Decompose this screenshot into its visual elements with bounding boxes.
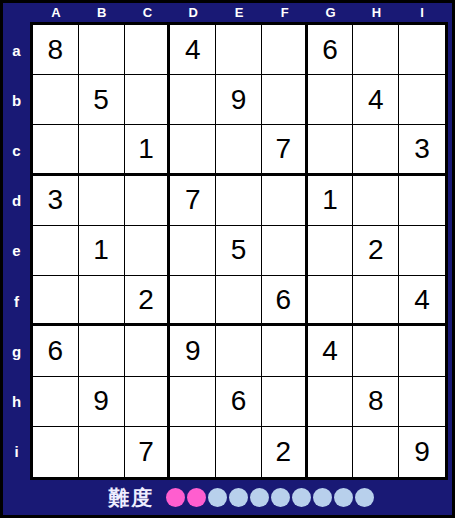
difficulty-label: 難度	[108, 484, 154, 512]
cell-e-A[interactable]	[33, 226, 79, 276]
cell-c-F[interactable]: 7	[262, 125, 308, 175]
column-label-G: G	[308, 3, 354, 22]
cell-h-B[interactable]: 9	[79, 377, 125, 427]
row-label-f: f	[3, 276, 30, 326]
difficulty-dot-empty	[208, 488, 227, 507]
row-label-b: b	[3, 75, 30, 125]
column-label-D: D	[170, 3, 216, 22]
cell-a-I[interactable]	[399, 25, 445, 75]
cell-d-B[interactable]	[79, 176, 125, 226]
cell-b-C[interactable]	[125, 75, 171, 125]
cell-a-G[interactable]: 6	[308, 25, 354, 75]
cell-d-A[interactable]: 3	[33, 176, 79, 226]
sudoku-app-window: ABCDEFGHI abcdefghi 84659417337115226469…	[0, 0, 455, 518]
cell-f-A[interactable]	[33, 276, 79, 326]
cell-c-B[interactable]	[79, 125, 125, 175]
cell-f-D[interactable]	[170, 276, 216, 326]
row-label-e: e	[3, 226, 30, 276]
column-label-C: C	[125, 3, 171, 22]
cell-d-C[interactable]	[125, 176, 171, 226]
cell-c-E[interactable]	[216, 125, 262, 175]
column-label-A: A	[33, 3, 79, 22]
cell-e-E[interactable]: 5	[216, 226, 262, 276]
cell-b-D[interactable]	[170, 75, 216, 125]
cell-d-I[interactable]	[399, 176, 445, 226]
cell-d-G[interactable]: 1	[308, 176, 354, 226]
cell-c-H[interactable]	[353, 125, 399, 175]
cell-i-F[interactable]: 2	[262, 427, 308, 477]
cell-f-C[interactable]: 2	[125, 276, 171, 326]
cell-b-E[interactable]: 9	[216, 75, 262, 125]
cell-h-I[interactable]	[399, 377, 445, 427]
difficulty-dot-empty	[313, 488, 332, 507]
cell-d-E[interactable]	[216, 176, 262, 226]
column-label-I: I	[399, 3, 445, 22]
cell-h-G[interactable]	[308, 377, 354, 427]
cell-c-I[interactable]: 3	[399, 125, 445, 175]
difficulty-dot-filled	[187, 488, 206, 507]
column-label-E: E	[216, 3, 262, 22]
cell-i-B[interactable]	[79, 427, 125, 477]
cell-a-C[interactable]	[125, 25, 171, 75]
cell-f-F[interactable]: 6	[262, 276, 308, 326]
cell-h-H[interactable]: 8	[353, 377, 399, 427]
difficulty-dot-empty	[292, 488, 311, 507]
cell-e-D[interactable]	[170, 226, 216, 276]
cell-g-G[interactable]: 4	[308, 326, 354, 376]
cell-b-F[interactable]	[262, 75, 308, 125]
row-label-i: i	[3, 427, 30, 477]
cell-d-D[interactable]: 7	[170, 176, 216, 226]
column-label-F: F	[262, 3, 308, 22]
row-label-c: c	[3, 125, 30, 175]
cell-i-D[interactable]	[170, 427, 216, 477]
cell-i-G[interactable]	[308, 427, 354, 477]
cell-b-A[interactable]	[33, 75, 79, 125]
row-label-a: a	[3, 25, 30, 75]
difficulty-dots	[166, 488, 374, 507]
column-labels: ABCDEFGHI	[33, 3, 445, 22]
cell-a-A[interactable]: 8	[33, 25, 79, 75]
cell-a-H[interactable]	[353, 25, 399, 75]
cell-c-A[interactable]	[33, 125, 79, 175]
difficulty-dot-filled	[166, 488, 185, 507]
cell-h-C[interactable]	[125, 377, 171, 427]
row-labels: abcdefghi	[3, 25, 30, 477]
cell-i-E[interactable]	[216, 427, 262, 477]
cell-h-A[interactable]	[33, 377, 79, 427]
cell-g-E[interactable]	[216, 326, 262, 376]
cell-i-I[interactable]: 9	[399, 427, 445, 477]
cell-d-H[interactable]	[353, 176, 399, 226]
row-label-h: h	[3, 377, 30, 427]
cell-g-C[interactable]	[125, 326, 171, 376]
row-label-d: d	[3, 176, 30, 226]
cell-g-I[interactable]	[399, 326, 445, 376]
cell-h-D[interactable]	[170, 377, 216, 427]
cell-a-B[interactable]	[79, 25, 125, 75]
cell-i-A[interactable]	[33, 427, 79, 477]
difficulty-dot-empty	[355, 488, 374, 507]
cell-f-B[interactable]	[79, 276, 125, 326]
difficulty-dot-empty	[271, 488, 290, 507]
cell-e-B[interactable]: 1	[79, 226, 125, 276]
difficulty-dot-empty	[250, 488, 269, 507]
cell-h-F[interactable]	[262, 377, 308, 427]
cell-a-D[interactable]: 4	[170, 25, 216, 75]
cell-e-H[interactable]: 2	[353, 226, 399, 276]
column-label-H: H	[353, 3, 399, 22]
cell-f-E[interactable]	[216, 276, 262, 326]
cell-a-E[interactable]	[216, 25, 262, 75]
cell-g-D[interactable]: 9	[170, 326, 216, 376]
cell-b-B[interactable]: 5	[79, 75, 125, 125]
cell-b-G[interactable]	[308, 75, 354, 125]
cell-f-G[interactable]	[308, 276, 354, 326]
cell-e-F[interactable]	[262, 226, 308, 276]
cell-g-F[interactable]	[262, 326, 308, 376]
cell-b-H[interactable]: 4	[353, 75, 399, 125]
cell-b-I[interactable]	[399, 75, 445, 125]
difficulty-bar: 難度	[3, 480, 452, 515]
cell-c-C[interactable]: 1	[125, 125, 171, 175]
difficulty-dot-empty	[334, 488, 353, 507]
cell-h-E[interactable]: 6	[216, 377, 262, 427]
cell-g-A[interactable]: 6	[33, 326, 79, 376]
difficulty-dot-empty	[229, 488, 248, 507]
cell-i-C[interactable]: 7	[125, 427, 171, 477]
cell-e-I[interactable]	[399, 226, 445, 276]
row-label-g: g	[3, 326, 30, 376]
cell-d-F[interactable]	[262, 176, 308, 226]
cell-e-G[interactable]	[308, 226, 354, 276]
cell-e-C[interactable]	[125, 226, 171, 276]
cell-a-F[interactable]	[262, 25, 308, 75]
cell-f-H[interactable]	[353, 276, 399, 326]
sudoku-board: 846594173371152264694968729	[30, 22, 448, 480]
cell-c-G[interactable]	[308, 125, 354, 175]
cell-c-D[interactable]	[170, 125, 216, 175]
cell-g-B[interactable]	[79, 326, 125, 376]
column-label-B: B	[79, 3, 125, 22]
cell-g-H[interactable]	[353, 326, 399, 376]
cell-f-I[interactable]: 4	[399, 276, 445, 326]
cell-i-H[interactable]	[353, 427, 399, 477]
